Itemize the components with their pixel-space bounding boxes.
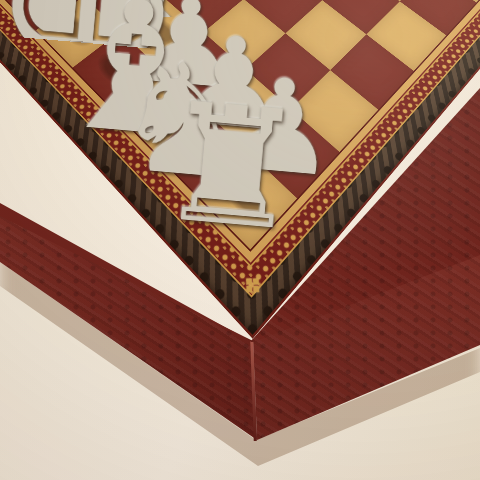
rook-icon: ♜ [152,79,312,255]
corner-ornament-icon: ❖ [236,268,269,304]
scene: ❖ ❖ ❖ ❖ ♜♞♝♛♚♝♞♜♟♟♟♟♟♟♟♟♟♟♟♟♟♟♟♟♜♞♝♛♚♝♞♜ [0,0,480,480]
